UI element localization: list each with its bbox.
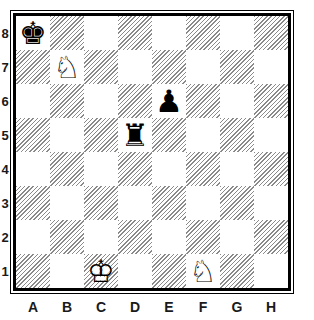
square-d8[interactable] (118, 16, 152, 50)
rank-labels: 87654321 (0, 16, 10, 288)
square-d6[interactable] (118, 84, 152, 118)
file-label-c: C (84, 299, 118, 315)
square-g1[interactable] (220, 254, 254, 288)
square-c1[interactable]: ♚♔ (84, 254, 118, 288)
rank-label-6: 6 (0, 84, 10, 118)
piece-white-outline: ♘ (186, 254, 220, 288)
square-h2[interactable] (254, 220, 288, 254)
square-a2[interactable] (16, 220, 50, 254)
piece-white-knight: ♞♘ (50, 50, 84, 84)
square-a4[interactable] (16, 152, 50, 186)
file-label-h: H (254, 299, 288, 315)
square-g4[interactable] (220, 152, 254, 186)
square-f8[interactable] (186, 16, 220, 50)
piece-white-outline: ♔ (84, 254, 118, 288)
square-a8[interactable]: ♚ (16, 16, 50, 50)
square-h4[interactable] (254, 152, 288, 186)
square-h1[interactable] (254, 254, 288, 288)
square-d5[interactable]: ♜ (118, 118, 152, 152)
square-a6[interactable] (16, 84, 50, 118)
square-d3[interactable] (118, 186, 152, 220)
square-f1[interactable]: ♞♘ (186, 254, 220, 288)
square-b7[interactable]: ♞♘ (50, 50, 84, 84)
file-label-e: E (152, 299, 186, 315)
square-d1[interactable] (118, 254, 152, 288)
square-g3[interactable] (220, 186, 254, 220)
square-f4[interactable] (186, 152, 220, 186)
board-grid: ♚♞♘♟♜♚♔♞♘ (16, 16, 288, 288)
piece-white-knight: ♞♘ (186, 254, 220, 288)
square-b8[interactable] (50, 16, 84, 50)
square-e2[interactable] (152, 220, 186, 254)
square-h3[interactable] (254, 186, 288, 220)
square-c5[interactable] (84, 118, 118, 152)
file-label-a: A (16, 299, 50, 315)
square-a1[interactable] (16, 254, 50, 288)
square-b4[interactable] (50, 152, 84, 186)
square-c6[interactable] (84, 84, 118, 118)
file-labels: ABCDEFGH (16, 299, 288, 315)
square-h8[interactable] (254, 16, 288, 50)
square-b6[interactable] (50, 84, 84, 118)
square-h7[interactable] (254, 50, 288, 84)
piece-white-outline: ♘ (50, 50, 84, 84)
file-label-b: B (50, 299, 84, 315)
square-d4[interactable] (118, 152, 152, 186)
square-c3[interactable] (84, 186, 118, 220)
square-c7[interactable] (84, 50, 118, 84)
square-f5[interactable] (186, 118, 220, 152)
piece-white-king: ♚♔ (84, 254, 118, 288)
square-d7[interactable] (118, 50, 152, 84)
square-f2[interactable] (186, 220, 220, 254)
square-b5[interactable] (50, 118, 84, 152)
piece-black-king: ♚ (19, 18, 47, 49)
rank-label-8: 8 (0, 16, 10, 50)
square-f6[interactable] (186, 84, 220, 118)
square-e1[interactable] (152, 254, 186, 288)
file-label-f: F (186, 299, 220, 315)
square-e5[interactable] (152, 118, 186, 152)
square-c4[interactable] (84, 152, 118, 186)
square-g5[interactable] (220, 118, 254, 152)
square-h5[interactable] (254, 118, 288, 152)
square-f3[interactable] (186, 186, 220, 220)
file-label-d: D (118, 299, 152, 315)
rank-label-7: 7 (0, 50, 10, 84)
square-b2[interactable] (50, 220, 84, 254)
rank-label-1: 1 (0, 254, 10, 288)
board-frame: ♚♞♘♟♜♚♔♞♘ (10, 10, 294, 294)
square-e7[interactable] (152, 50, 186, 84)
square-a5[interactable] (16, 118, 50, 152)
square-e4[interactable] (152, 152, 186, 186)
square-b1[interactable] (50, 254, 84, 288)
square-c2[interactable] (84, 220, 118, 254)
square-e8[interactable] (152, 16, 186, 50)
square-g2[interactable] (220, 220, 254, 254)
square-c8[interactable] (84, 16, 118, 50)
square-e6[interactable]: ♟ (152, 84, 186, 118)
square-b3[interactable] (50, 186, 84, 220)
rank-label-4: 4 (0, 152, 10, 186)
file-label-g: G (220, 299, 254, 315)
square-f7[interactable] (186, 50, 220, 84)
square-g7[interactable] (220, 50, 254, 84)
square-a3[interactable] (16, 186, 50, 220)
square-d2[interactable] (118, 220, 152, 254)
chess-diagram-page: 87654321 ♚♞♘♟♜♚♔♞♘ ABCDEFGH (0, 0, 314, 320)
square-h6[interactable] (254, 84, 288, 118)
square-g6[interactable] (220, 84, 254, 118)
rank-label-3: 3 (0, 186, 10, 220)
board-inner-border: ♚♞♘♟♜♚♔♞♘ (13, 13, 291, 291)
piece-black-rook: ♜ (121, 120, 149, 151)
square-g8[interactable] (220, 16, 254, 50)
rank-label-2: 2 (0, 220, 10, 254)
rank-label-5: 5 (0, 118, 10, 152)
piece-black-pawn: ♟ (155, 86, 183, 117)
square-e3[interactable] (152, 186, 186, 220)
square-a7[interactable] (16, 50, 50, 84)
